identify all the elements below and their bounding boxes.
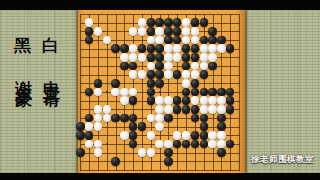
white-stone (191, 27, 199, 35)
black-stone (226, 96, 234, 104)
white-stone (129, 44, 137, 52)
white-stone (217, 44, 225, 52)
white-stone (173, 53, 181, 61)
white-stone (94, 140, 102, 148)
black-stone (217, 88, 225, 96)
white-stone (138, 70, 146, 78)
white-stone (85, 140, 93, 148)
black-stone (200, 131, 208, 139)
black-stone (147, 96, 155, 104)
black-stone (173, 140, 181, 148)
black-stone (173, 18, 181, 26)
white-stone (182, 18, 190, 26)
white-stone (217, 140, 225, 148)
black-stone (111, 157, 119, 165)
black-stone (217, 122, 225, 130)
black-stone (129, 122, 137, 130)
black-stone (147, 70, 155, 78)
white-stone (164, 53, 172, 61)
white-player-label: 白 (42, 37, 59, 54)
grid-line-horizontal (80, 153, 240, 154)
white-stone (147, 62, 155, 70)
black-stone (200, 88, 208, 96)
white-stone (164, 96, 172, 104)
black-stone (147, 79, 155, 87)
black-stone (129, 96, 137, 104)
black-stone (200, 114, 208, 122)
white-stone (103, 36, 111, 44)
white-stone (208, 140, 216, 148)
black-stone (200, 36, 208, 44)
white-stone (217, 96, 225, 104)
white-stone (129, 27, 137, 35)
black-stone (217, 36, 225, 44)
black-stone (200, 122, 208, 130)
white-stone (164, 70, 172, 78)
black-stone (94, 79, 102, 87)
black-stone (120, 62, 128, 70)
broadcast-frame: 黑 白 谢尔豪 申真谞 徐老师围棋教室 (0, 0, 320, 180)
white-stone (147, 114, 155, 122)
white-stone (103, 114, 111, 122)
white-stone (173, 44, 181, 52)
black-stone (85, 131, 93, 139)
black-stone (191, 18, 199, 26)
white-stone (191, 36, 199, 44)
black-stone (111, 79, 119, 87)
white-stone (155, 140, 163, 148)
white-stone (94, 105, 102, 113)
black-player-name: 谢尔豪 (14, 66, 32, 166)
white-stone (200, 62, 208, 70)
star-point (106, 91, 108, 93)
black-player-label: 黑 (14, 37, 31, 54)
white-stone (155, 105, 163, 113)
black-stone (147, 44, 155, 52)
black-stone (200, 18, 208, 26)
white-stone (103, 105, 111, 113)
white-stone (217, 105, 225, 113)
go-board (78, 10, 245, 173)
black-stone (138, 44, 146, 52)
white-stone (200, 96, 208, 104)
black-stone (191, 140, 199, 148)
white-stone (200, 53, 208, 61)
white-stone (85, 122, 93, 130)
black-stone (85, 114, 93, 122)
white-stone (173, 131, 181, 139)
black-stone (173, 36, 181, 44)
white-stone (217, 131, 225, 139)
black-stone (191, 114, 199, 122)
white-stone (208, 131, 216, 139)
black-stone (164, 36, 172, 44)
black-stone (155, 79, 163, 87)
black-stone (226, 105, 234, 113)
channel-caption: 徐老师围棋教室 (251, 154, 317, 166)
black-stone (182, 62, 190, 70)
white-stone (155, 114, 163, 122)
white-stone (191, 96, 199, 104)
star-point (159, 91, 161, 93)
black-stone (76, 148, 84, 156)
star-point (106, 143, 108, 145)
black-stone (111, 44, 119, 52)
black-stone (191, 44, 199, 52)
white-stone (94, 114, 102, 122)
grid-line-horizontal (80, 170, 240, 171)
black-stone (164, 157, 172, 165)
black-stone (208, 36, 216, 44)
white-stone (182, 27, 190, 35)
black-stone (85, 27, 93, 35)
white-stone (191, 70, 199, 78)
white-stone (164, 105, 172, 113)
black-stone (191, 53, 199, 61)
black-stone (147, 27, 155, 35)
black-stone (129, 62, 137, 70)
black-stone (85, 36, 93, 44)
black-stone (147, 88, 155, 96)
white-stone (208, 44, 216, 52)
white-stone (182, 79, 190, 87)
white-stone (155, 36, 163, 44)
black-stone (208, 88, 216, 96)
white-stone (208, 96, 216, 104)
white-stone (94, 88, 102, 96)
grid-line-horizontal (80, 161, 240, 162)
black-stone (182, 88, 190, 96)
black-stone (226, 140, 234, 148)
black-stone (147, 53, 155, 61)
black-stone (173, 70, 181, 78)
white-stone (138, 53, 146, 61)
white-stone (191, 62, 199, 70)
black-stone (191, 88, 199, 96)
black-stone (129, 140, 137, 148)
black-stone (182, 44, 190, 52)
white-stone (164, 44, 172, 52)
black-stone (76, 131, 84, 139)
white-stone (182, 131, 190, 139)
white-stone (155, 122, 163, 130)
black-stone (164, 148, 172, 156)
black-stone (111, 114, 119, 122)
black-stone (226, 44, 234, 52)
white-stone (138, 18, 146, 26)
black-stone (120, 114, 128, 122)
grid-line-vertical (239, 14, 240, 171)
black-stone (155, 18, 163, 26)
white-stone (94, 122, 102, 130)
black-stone (85, 88, 93, 96)
white-stone (208, 53, 216, 61)
black-stone (155, 44, 163, 52)
white-player-name: 申真谞 (42, 66, 60, 166)
black-stone (182, 105, 190, 113)
black-stone (191, 79, 199, 87)
white-stone (111, 88, 119, 96)
white-stone (94, 27, 102, 35)
black-stone (182, 96, 190, 104)
white-stone (120, 88, 128, 96)
white-stone (155, 27, 163, 35)
white-stone (200, 105, 208, 113)
black-stone (173, 27, 181, 35)
black-stone (200, 140, 208, 148)
black-stone (138, 122, 146, 130)
black-stone (129, 131, 137, 139)
white-stone (164, 62, 172, 70)
black-stone (155, 53, 163, 61)
white-stone (138, 27, 146, 35)
black-stone (208, 27, 216, 35)
black-stone (191, 105, 199, 113)
white-stone (147, 148, 155, 156)
white-stone (120, 53, 128, 61)
white-stone (182, 70, 190, 78)
white-stone (120, 96, 128, 104)
white-stone (182, 36, 190, 44)
black-stone (217, 148, 225, 156)
white-stone (129, 70, 137, 78)
black-stone (147, 18, 155, 26)
black-stone (173, 105, 181, 113)
white-stone (85, 18, 93, 26)
black-stone (173, 96, 181, 104)
letterbox-top (0, 0, 320, 10)
white-stone (164, 140, 172, 148)
white-stone (147, 131, 155, 139)
black-stone (164, 114, 172, 122)
black-stone (182, 53, 190, 61)
white-stone (94, 148, 102, 156)
black-stone (182, 140, 190, 148)
white-stone (208, 105, 216, 113)
black-stone (217, 114, 225, 122)
black-stone (155, 70, 163, 78)
white-stone (138, 148, 146, 156)
white-stone (129, 53, 137, 61)
white-stone (155, 96, 163, 104)
white-stone (147, 36, 155, 44)
black-stone (120, 44, 128, 52)
black-stone (208, 62, 216, 70)
letterbox-bottom (0, 173, 320, 180)
black-stone (226, 88, 234, 96)
black-stone (164, 27, 172, 35)
white-stone (129, 88, 137, 96)
black-stone (155, 62, 163, 70)
black-stone (76, 122, 84, 130)
black-stone (191, 131, 199, 139)
white-stone (200, 44, 208, 52)
black-stone (164, 18, 172, 26)
black-stone (129, 114, 137, 122)
black-stone (200, 70, 208, 78)
white-stone (120, 131, 128, 139)
